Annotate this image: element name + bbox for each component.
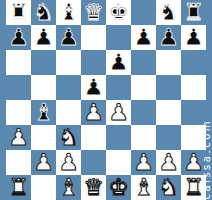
black-knight: ♞: [158, 0, 179, 25]
square-g1[interactable]: ♞: [156, 175, 181, 200]
square-g6[interactable]: [156, 50, 181, 75]
square-b8[interactable]: ♞: [31, 0, 56, 25]
square-f2[interactable]: ♟: [131, 150, 156, 175]
square-h7[interactable]: ♟: [181, 25, 206, 50]
square-d2[interactable]: [81, 150, 106, 175]
white-pawn: ♟: [83, 100, 104, 125]
square-e7[interactable]: [106, 25, 131, 50]
square-c7[interactable]: ♟: [56, 25, 81, 50]
black-pawn: ♟: [83, 75, 104, 100]
square-a1[interactable]: ♜: [6, 175, 31, 200]
square-e1[interactable]: ♚: [106, 175, 131, 200]
square-c3[interactable]: ♞: [56, 125, 81, 150]
square-e6[interactable]: ♟: [106, 50, 131, 75]
square-f7[interactable]: ♟: [131, 25, 156, 50]
black-rook: ♜: [8, 0, 29, 25]
white-knight: ♞: [58, 125, 79, 150]
white-rook: ♜: [8, 175, 29, 200]
square-d5[interactable]: ♟: [81, 75, 106, 100]
black-pawn: ♟: [183, 25, 204, 50]
square-c1[interactable]: ♝: [56, 175, 81, 200]
square-e5[interactable]: [106, 75, 131, 100]
square-f5[interactable]: [131, 75, 156, 100]
white-pawn: ♟: [108, 100, 129, 125]
square-c2[interactable]: ♟: [56, 150, 81, 175]
square-e2[interactable]: [106, 150, 131, 175]
square-e4[interactable]: ♟: [106, 100, 131, 125]
black-pawn: ♟: [133, 25, 154, 50]
square-a3[interactable]: ♟: [6, 125, 31, 150]
square-b7[interactable]: ♟: [31, 25, 56, 50]
white-pawn: ♟: [58, 150, 79, 175]
square-a2[interactable]: [6, 150, 31, 175]
square-d4[interactable]: ♟: [81, 100, 106, 125]
black-pawn: ♟: [58, 25, 79, 50]
black-pawn: ♟: [158, 25, 179, 50]
square-b5[interactable]: [31, 75, 56, 100]
square-a5[interactable]: [6, 75, 31, 100]
square-b2[interactable]: ♟: [31, 150, 56, 175]
square-d6[interactable]: [81, 50, 106, 75]
square-f4[interactable]: [131, 100, 156, 125]
square-h5[interactable]: [181, 75, 206, 100]
square-g5[interactable]: [156, 75, 181, 100]
white-pawn: ♟: [33, 150, 54, 175]
square-a4[interactable]: [6, 100, 31, 125]
square-d8[interactable]: ♛: [81, 0, 106, 25]
square-a8[interactable]: ♜: [6, 0, 31, 25]
watermark-caissa: caissa.com: [201, 119, 212, 200]
white-bishop: ♝: [133, 175, 154, 200]
white-king: ♚: [108, 175, 129, 200]
square-g2[interactable]: ♟: [156, 150, 181, 175]
white-bishop: ♝: [58, 175, 79, 200]
black-pawn: ♟: [33, 25, 54, 50]
black-queen: ♛: [83, 0, 104, 25]
black-rook: ♜: [183, 0, 204, 25]
square-g4[interactable]: [156, 100, 181, 125]
square-b4[interactable]: ♝: [31, 100, 56, 125]
chess-board: ♜♞♝♛♚♞♜♟♟♟♟♟♟♟♟♝♟♟♟♞♟♟♟♟♟♜♝♛♚♝♞♜: [6, 0, 206, 200]
black-bishop: ♝: [58, 0, 79, 25]
square-h6[interactable]: [181, 50, 206, 75]
square-c8[interactable]: ♝: [56, 0, 81, 25]
black-bishop: ♝: [33, 100, 54, 125]
square-e3[interactable]: [106, 125, 131, 150]
black-knight: ♞: [33, 0, 54, 25]
square-f3[interactable]: [131, 125, 156, 150]
square-g3[interactable]: [156, 125, 181, 150]
square-b6[interactable]: [31, 50, 56, 75]
square-a6[interactable]: [6, 50, 31, 75]
black-pawn: ♟: [108, 50, 129, 75]
square-f1[interactable]: ♝: [131, 175, 156, 200]
black-pawn: ♟: [8, 25, 29, 50]
square-a7[interactable]: ♟: [6, 25, 31, 50]
square-h8[interactable]: ♜: [181, 0, 206, 25]
white-queen: ♛: [83, 175, 104, 200]
square-d1[interactable]: ♛: [81, 175, 106, 200]
white-pawn: ♟: [8, 125, 29, 150]
square-d3[interactable]: [81, 125, 106, 150]
white-pawn: ♟: [158, 150, 179, 175]
square-c4[interactable]: [56, 100, 81, 125]
square-c5[interactable]: [56, 75, 81, 100]
black-king: ♚: [108, 0, 129, 25]
square-g8[interactable]: ♞: [156, 0, 181, 25]
chess-diagram: ♜♞♝♛♚♞♜♟♟♟♟♟♟♟♟♝♟♟♟♞♟♟♟♟♟♜♝♛♚♝♞♜ caissa.…: [0, 0, 212, 200]
square-d7[interactable]: [81, 25, 106, 50]
square-c6[interactable]: [56, 50, 81, 75]
square-f8[interactable]: [131, 0, 156, 25]
white-knight: ♞: [158, 175, 179, 200]
square-e8[interactable]: ♚: [106, 0, 131, 25]
square-b3[interactable]: [31, 125, 56, 150]
square-g7[interactable]: ♟: [156, 25, 181, 50]
square-f6[interactable]: [131, 50, 156, 75]
white-pawn: ♟: [133, 150, 154, 175]
square-b1[interactable]: [31, 175, 56, 200]
